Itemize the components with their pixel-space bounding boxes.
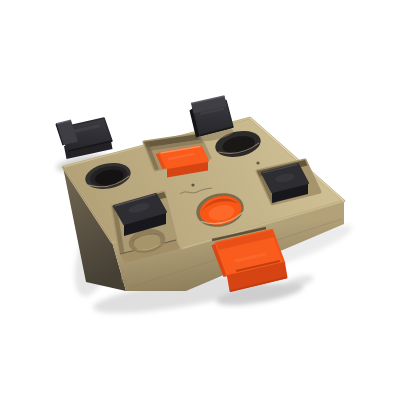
top-center-channel xyxy=(144,134,210,178)
product-photo-scene: L xyxy=(0,0,400,400)
pin-hole xyxy=(191,183,194,186)
pin-hole xyxy=(256,161,259,164)
